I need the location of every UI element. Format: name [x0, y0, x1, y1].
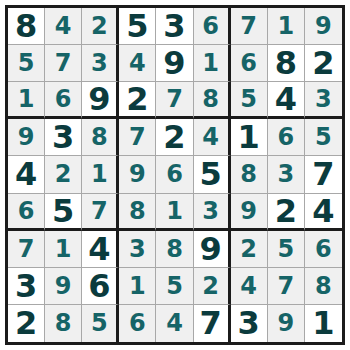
cell-r8c7[interactable]: 4: [231, 268, 268, 305]
cell-r3c3[interactable]: 9: [82, 82, 119, 119]
cell-r9c6[interactable]: 7: [194, 305, 231, 342]
cell-r8c3[interactable]: 6: [82, 268, 119, 305]
cell-r6c7[interactable]: 9: [231, 194, 268, 231]
cell-r3c8[interactable]: 4: [268, 82, 305, 119]
cell-r9c8[interactable]: 9: [268, 305, 305, 342]
cell-r9c2[interactable]: 8: [45, 305, 82, 342]
cell-r7c9[interactable]: 6: [305, 231, 342, 268]
cell-r8c4[interactable]: 1: [119, 268, 156, 305]
cell-r6c4[interactable]: 8: [119, 194, 156, 231]
cell-r7c8[interactable]: 5: [268, 231, 305, 268]
cell-r5c9[interactable]: 7: [305, 156, 342, 193]
cell-r4c4[interactable]: 7: [119, 119, 156, 156]
cell-r8c5[interactable]: 5: [156, 268, 193, 305]
cell-r6c5[interactable]: 1: [156, 194, 193, 231]
cell-r8c9[interactable]: 8: [305, 268, 342, 305]
cell-r7c7[interactable]: 2: [231, 231, 268, 268]
cell-r1c1[interactable]: 8: [8, 8, 45, 45]
cell-r8c2[interactable]: 9: [45, 268, 82, 305]
cell-r3c7[interactable]: 5: [231, 82, 268, 119]
cell-r2c9[interactable]: 2: [305, 45, 342, 82]
cell-r2c6[interactable]: 1: [194, 45, 231, 82]
cell-r1c2[interactable]: 4: [45, 8, 82, 45]
cell-r9c9[interactable]: 1: [305, 305, 342, 342]
cell-r4c3[interactable]: 8: [82, 119, 119, 156]
cell-r9c3[interactable]: 5: [82, 305, 119, 342]
cell-r5c5[interactable]: 6: [156, 156, 193, 193]
cell-r2c5[interactable]: 9: [156, 45, 193, 82]
cell-r7c2[interactable]: 1: [45, 231, 82, 268]
cell-r7c4[interactable]: 3: [119, 231, 156, 268]
cell-r6c8[interactable]: 2: [268, 194, 305, 231]
cell-r3c4[interactable]: 2: [119, 82, 156, 119]
cell-r3c5[interactable]: 7: [156, 82, 193, 119]
cell-r9c4[interactable]: 6: [119, 305, 156, 342]
cell-r1c3[interactable]: 2: [82, 8, 119, 45]
cell-r4c9[interactable]: 5: [305, 119, 342, 156]
cell-r5c2[interactable]: 2: [45, 156, 82, 193]
cell-r6c6[interactable]: 3: [194, 194, 231, 231]
cell-r3c9[interactable]: 3: [305, 82, 342, 119]
cell-r9c5[interactable]: 4: [156, 305, 193, 342]
cell-r7c5[interactable]: 8: [156, 231, 193, 268]
cell-r9c7[interactable]: 3: [231, 305, 268, 342]
cell-r2c8[interactable]: 8: [268, 45, 305, 82]
cell-r1c6[interactable]: 6: [194, 8, 231, 45]
cell-r4c7[interactable]: 1: [231, 119, 268, 156]
cell-r4c5[interactable]: 2: [156, 119, 193, 156]
cell-r3c2[interactable]: 6: [45, 82, 82, 119]
cell-r2c1[interactable]: 5: [8, 45, 45, 82]
sudoku-page: 8425367195734916821692785439387241654219…: [0, 0, 350, 350]
cell-r1c4[interactable]: 5: [119, 8, 156, 45]
cell-r6c2[interactable]: 5: [45, 194, 82, 231]
cell-r5c6[interactable]: 5: [194, 156, 231, 193]
cell-r6c9[interactable]: 4: [305, 194, 342, 231]
cell-r6c1[interactable]: 6: [8, 194, 45, 231]
cell-r2c4[interactable]: 4: [119, 45, 156, 82]
cell-r4c8[interactable]: 6: [268, 119, 305, 156]
cell-r9c1[interactable]: 2: [8, 305, 45, 342]
sudoku-board: 8425367195734916821692785439387241654219…: [5, 5, 345, 345]
cell-r7c1[interactable]: 7: [8, 231, 45, 268]
cell-r4c1[interactable]: 9: [8, 119, 45, 156]
cell-r2c3[interactable]: 3: [82, 45, 119, 82]
cell-r2c2[interactable]: 7: [45, 45, 82, 82]
cell-r4c6[interactable]: 4: [194, 119, 231, 156]
cell-r8c8[interactable]: 7: [268, 268, 305, 305]
cell-r8c6[interactable]: 2: [194, 268, 231, 305]
cell-r6c3[interactable]: 7: [82, 194, 119, 231]
cell-r5c1[interactable]: 4: [8, 156, 45, 193]
cell-r2c7[interactable]: 6: [231, 45, 268, 82]
cell-r7c3[interactable]: 4: [82, 231, 119, 268]
cell-r1c8[interactable]: 1: [268, 8, 305, 45]
cell-r7c6[interactable]: 9: [194, 231, 231, 268]
cell-r5c4[interactable]: 9: [119, 156, 156, 193]
cell-r5c3[interactable]: 1: [82, 156, 119, 193]
cell-r3c1[interactable]: 1: [8, 82, 45, 119]
cell-r3c6[interactable]: 8: [194, 82, 231, 119]
cell-r5c8[interactable]: 3: [268, 156, 305, 193]
cell-r1c5[interactable]: 3: [156, 8, 193, 45]
cell-r1c7[interactable]: 7: [231, 8, 268, 45]
cell-r5c7[interactable]: 8: [231, 156, 268, 193]
cell-r4c2[interactable]: 3: [45, 119, 82, 156]
cell-r1c9[interactable]: 9: [305, 8, 342, 45]
cell-r8c1[interactable]: 3: [8, 268, 45, 305]
